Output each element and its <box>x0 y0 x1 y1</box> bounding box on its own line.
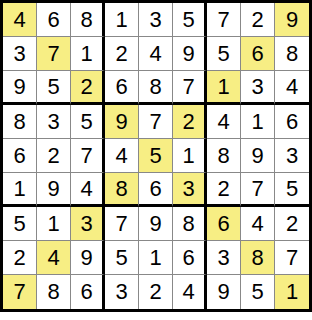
cell-r7c8[interactable]: 4 <box>241 207 275 241</box>
cell-r9c8[interactable]: 5 <box>241 275 275 309</box>
cell-r6c6[interactable]: 3 <box>173 173 207 207</box>
cell-r9c6[interactable]: 4 <box>173 275 207 309</box>
cell-r9c5[interactable]: 2 <box>139 275 173 309</box>
cell-r4c6[interactable]: 2 <box>173 105 207 139</box>
cell-r7c5[interactable]: 9 <box>139 207 173 241</box>
cell-r5c6[interactable]: 1 <box>173 139 207 173</box>
cell-r5c4[interactable]: 4 <box>105 139 139 173</box>
cell-r8c5[interactable]: 1 <box>139 241 173 275</box>
cell-r9c9[interactable]: 1 <box>275 275 309 309</box>
cell-r1c2[interactable]: 6 <box>37 3 71 37</box>
cell-r5c8[interactable]: 9 <box>241 139 275 173</box>
page: 4681357293712495689526871348359724166274… <box>0 0 312 320</box>
cell-r3c6[interactable]: 7 <box>173 71 207 105</box>
sudoku-board: 4681357293712495689526871348359724166274… <box>0 0 312 312</box>
cell-r1c8[interactable]: 2 <box>241 3 275 37</box>
cell-r9c1[interactable]: 7 <box>3 275 37 309</box>
cell-r5c2[interactable]: 2 <box>37 139 71 173</box>
cell-r6c8[interactable]: 7 <box>241 173 275 207</box>
cell-r3c1[interactable]: 9 <box>3 71 37 105</box>
cell-r7c7[interactable]: 6 <box>207 207 241 241</box>
cell-r7c9[interactable]: 2 <box>275 207 309 241</box>
cell-r8c9[interactable]: 7 <box>275 241 309 275</box>
cell-r8c1[interactable]: 2 <box>3 241 37 275</box>
cell-r6c1[interactable]: 1 <box>3 173 37 207</box>
cell-r5c5[interactable]: 5 <box>139 139 173 173</box>
cell-r1c6[interactable]: 5 <box>173 3 207 37</box>
cell-r1c7[interactable]: 7 <box>207 3 241 37</box>
cell-r7c4[interactable]: 7 <box>105 207 139 241</box>
cell-r3c2[interactable]: 5 <box>37 71 71 105</box>
cell-r8c2[interactable]: 4 <box>37 241 71 275</box>
cell-r9c3[interactable]: 6 <box>71 275 105 309</box>
cell-r1c1[interactable]: 4 <box>3 3 37 37</box>
cell-r1c3[interactable]: 8 <box>71 3 105 37</box>
cell-r8c6[interactable]: 6 <box>173 241 207 275</box>
cell-r2c2[interactable]: 7 <box>37 37 71 71</box>
cell-r5c3[interactable]: 7 <box>71 139 105 173</box>
cell-r6c9[interactable]: 5 <box>275 173 309 207</box>
cell-r6c3[interactable]: 4 <box>71 173 105 207</box>
cell-r6c7[interactable]: 2 <box>207 173 241 207</box>
cell-r2c4[interactable]: 2 <box>105 37 139 71</box>
cell-r5c7[interactable]: 8 <box>207 139 241 173</box>
cell-r2c6[interactable]: 9 <box>173 37 207 71</box>
cell-r3c9[interactable]: 4 <box>275 71 309 105</box>
cell-r6c2[interactable]: 9 <box>37 173 71 207</box>
cell-r8c7[interactable]: 3 <box>207 241 241 275</box>
cell-r3c8[interactable]: 3 <box>241 71 275 105</box>
cell-r2c8[interactable]: 6 <box>241 37 275 71</box>
cell-r4c1[interactable]: 8 <box>3 105 37 139</box>
cell-r4c8[interactable]: 1 <box>241 105 275 139</box>
cell-r4c4[interactable]: 9 <box>105 105 139 139</box>
cell-r6c4[interactable]: 8 <box>105 173 139 207</box>
cell-r2c7[interactable]: 5 <box>207 37 241 71</box>
cell-r9c2[interactable]: 8 <box>37 275 71 309</box>
cell-r7c6[interactable]: 8 <box>173 207 207 241</box>
cell-r3c4[interactable]: 6 <box>105 71 139 105</box>
cell-r8c8[interactable]: 8 <box>241 241 275 275</box>
cell-r7c1[interactable]: 5 <box>3 207 37 241</box>
cell-r1c5[interactable]: 3 <box>139 3 173 37</box>
cell-r4c7[interactable]: 4 <box>207 105 241 139</box>
cell-r4c3[interactable]: 5 <box>71 105 105 139</box>
cell-r6c5[interactable]: 6 <box>139 173 173 207</box>
cell-r2c3[interactable]: 1 <box>71 37 105 71</box>
cell-r3c5[interactable]: 8 <box>139 71 173 105</box>
cell-r7c2[interactable]: 1 <box>37 207 71 241</box>
cell-r5c1[interactable]: 6 <box>3 139 37 173</box>
cell-r7c3[interactable]: 3 <box>71 207 105 241</box>
cell-r9c7[interactable]: 9 <box>207 275 241 309</box>
cell-r5c9[interactable]: 3 <box>275 139 309 173</box>
cell-r3c7[interactable]: 1 <box>207 71 241 105</box>
cell-r9c4[interactable]: 3 <box>105 275 139 309</box>
cell-r3c3[interactable]: 2 <box>71 71 105 105</box>
cell-r1c4[interactable]: 1 <box>105 3 139 37</box>
cell-r4c5[interactable]: 7 <box>139 105 173 139</box>
cell-r4c2[interactable]: 3 <box>37 105 71 139</box>
cell-r1c9[interactable]: 9 <box>275 3 309 37</box>
cell-r8c3[interactable]: 9 <box>71 241 105 275</box>
cell-r8c4[interactable]: 5 <box>105 241 139 275</box>
cell-r2c9[interactable]: 8 <box>275 37 309 71</box>
cell-r2c5[interactable]: 4 <box>139 37 173 71</box>
cell-r4c9[interactable]: 6 <box>275 105 309 139</box>
cell-r2c1[interactable]: 3 <box>3 37 37 71</box>
